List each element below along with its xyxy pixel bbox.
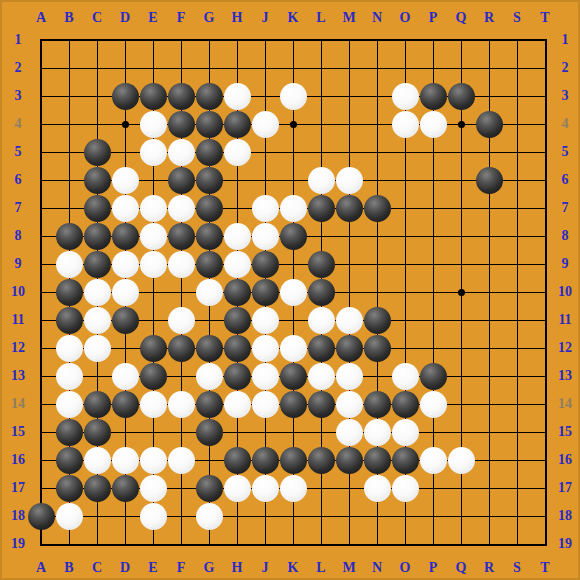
white-stone xyxy=(336,307,363,334)
black-stone xyxy=(476,167,503,194)
black-stone xyxy=(336,335,363,362)
white-stone xyxy=(364,475,391,502)
black-stone xyxy=(364,335,391,362)
row-label-right: 14 xyxy=(550,396,580,412)
white-stone xyxy=(168,447,195,474)
white-stone xyxy=(56,503,83,530)
white-stone xyxy=(140,503,167,530)
row-label-right: 11 xyxy=(550,312,580,328)
white-stone xyxy=(56,335,83,362)
row-label-right: 13 xyxy=(550,368,580,384)
column-label-bottom: L xyxy=(306,560,336,576)
black-stone xyxy=(112,475,139,502)
black-stone xyxy=(196,335,223,362)
column-label-top: N xyxy=(362,10,392,26)
column-label-bottom: E xyxy=(138,560,168,576)
column-label-bottom: Q xyxy=(446,560,476,576)
white-stone xyxy=(224,223,251,250)
black-stone xyxy=(168,167,195,194)
row-label-right: 1 xyxy=(550,32,580,48)
column-label-top: C xyxy=(82,10,112,26)
white-stone xyxy=(252,475,279,502)
column-label-top: Q xyxy=(446,10,476,26)
row-label-right: 17 xyxy=(550,480,580,496)
white-stone xyxy=(420,447,447,474)
black-stone xyxy=(168,111,195,138)
white-stone xyxy=(224,251,251,278)
black-stone xyxy=(84,167,111,194)
row-label-right: 6 xyxy=(550,172,580,188)
row-label-right: 18 xyxy=(550,508,580,524)
black-stone xyxy=(448,83,475,110)
white-stone xyxy=(112,195,139,222)
black-stone xyxy=(280,447,307,474)
black-stone xyxy=(28,503,55,530)
row-label-left: 2 xyxy=(3,60,33,76)
black-stone xyxy=(56,223,83,250)
column-label-bottom: S xyxy=(502,560,532,576)
black-stone xyxy=(364,195,391,222)
black-stone xyxy=(392,447,419,474)
row-label-right: 5 xyxy=(550,144,580,160)
row-label-right: 19 xyxy=(550,536,580,552)
black-stone xyxy=(224,111,251,138)
white-stone xyxy=(308,363,335,390)
row-label-left: 8 xyxy=(3,228,33,244)
black-stone xyxy=(140,83,167,110)
black-stone xyxy=(280,223,307,250)
white-stone xyxy=(252,335,279,362)
black-stone xyxy=(84,251,111,278)
white-stone xyxy=(364,419,391,446)
white-stone xyxy=(252,307,279,334)
white-stone xyxy=(140,223,167,250)
white-stone xyxy=(56,251,83,278)
white-stone xyxy=(140,111,167,138)
column-label-bottom: M xyxy=(334,560,364,576)
white-stone xyxy=(392,83,419,110)
row-label-right: 15 xyxy=(550,424,580,440)
row-label-left: 7 xyxy=(3,200,33,216)
row-label-left: 12 xyxy=(3,340,33,356)
black-stone xyxy=(56,447,83,474)
black-stone xyxy=(140,363,167,390)
column-label-bottom: C xyxy=(82,560,112,576)
row-label-left: 5 xyxy=(3,144,33,160)
black-stone xyxy=(364,447,391,474)
white-stone xyxy=(84,279,111,306)
white-stone xyxy=(392,363,419,390)
black-stone xyxy=(196,167,223,194)
black-stone xyxy=(84,139,111,166)
row-label-right: 9 xyxy=(550,256,580,272)
column-label-top: L xyxy=(306,10,336,26)
black-stone xyxy=(112,391,139,418)
row-label-right: 4 xyxy=(550,116,580,132)
white-stone xyxy=(168,195,195,222)
black-stone xyxy=(308,195,335,222)
row-label-left: 17 xyxy=(3,480,33,496)
white-stone xyxy=(140,195,167,222)
white-stone xyxy=(224,139,251,166)
white-stone xyxy=(280,335,307,362)
black-stone xyxy=(56,419,83,446)
row-label-left: 11 xyxy=(3,312,33,328)
white-stone xyxy=(168,251,195,278)
black-stone xyxy=(196,475,223,502)
black-stone xyxy=(196,419,223,446)
white-stone xyxy=(252,111,279,138)
black-stone xyxy=(308,391,335,418)
black-stone xyxy=(196,195,223,222)
white-stone xyxy=(308,307,335,334)
black-stone xyxy=(84,391,111,418)
white-stone xyxy=(140,475,167,502)
column-label-top: H xyxy=(222,10,252,26)
white-stone xyxy=(420,391,447,418)
white-stone xyxy=(112,251,139,278)
black-stone xyxy=(224,307,251,334)
black-stone xyxy=(196,391,223,418)
column-label-top: E xyxy=(138,10,168,26)
black-stone xyxy=(336,447,363,474)
black-stone xyxy=(84,419,111,446)
white-stone xyxy=(392,419,419,446)
black-stone xyxy=(56,475,83,502)
column-label-top: F xyxy=(166,10,196,26)
white-stone xyxy=(168,307,195,334)
white-stone xyxy=(280,279,307,306)
black-stone xyxy=(84,223,111,250)
column-label-bottom: F xyxy=(166,560,196,576)
white-stone xyxy=(252,195,279,222)
black-stone xyxy=(168,83,195,110)
white-stone xyxy=(448,447,475,474)
column-label-bottom: H xyxy=(222,560,252,576)
white-stone xyxy=(140,139,167,166)
row-label-left: 13 xyxy=(3,368,33,384)
black-stone xyxy=(112,83,139,110)
black-stone xyxy=(280,363,307,390)
star-point xyxy=(458,289,465,296)
column-label-top: S xyxy=(502,10,532,26)
go-board: AABBCCDDEEFFGGHHJJKKLLMMNNOOPPQQRRSSTT11… xyxy=(0,0,580,580)
black-stone xyxy=(196,83,223,110)
black-stone xyxy=(252,447,279,474)
black-stone xyxy=(224,447,251,474)
black-stone xyxy=(364,307,391,334)
row-label-right: 16 xyxy=(550,452,580,468)
black-stone xyxy=(308,335,335,362)
row-label-left: 9 xyxy=(3,256,33,272)
black-stone xyxy=(168,335,195,362)
white-stone xyxy=(140,251,167,278)
row-label-left: 15 xyxy=(3,424,33,440)
column-label-bottom: J xyxy=(250,560,280,576)
black-stone xyxy=(392,391,419,418)
column-label-top: O xyxy=(390,10,420,26)
column-label-top: J xyxy=(250,10,280,26)
white-stone xyxy=(392,111,419,138)
black-stone xyxy=(476,111,503,138)
row-label-left: 1 xyxy=(3,32,33,48)
white-stone xyxy=(140,447,167,474)
row-label-right: 8 xyxy=(550,228,580,244)
column-label-top: T xyxy=(530,10,560,26)
black-stone xyxy=(140,335,167,362)
column-label-top: M xyxy=(334,10,364,26)
white-stone xyxy=(168,391,195,418)
row-label-left: 16 xyxy=(3,452,33,468)
black-stone xyxy=(224,279,251,306)
column-label-bottom: B xyxy=(54,560,84,576)
column-label-bottom: N xyxy=(362,560,392,576)
white-stone xyxy=(84,447,111,474)
white-stone xyxy=(252,223,279,250)
white-stone xyxy=(420,111,447,138)
black-stone xyxy=(308,447,335,474)
black-stone xyxy=(56,279,83,306)
white-stone xyxy=(112,279,139,306)
white-stone xyxy=(224,391,251,418)
column-label-bottom: O xyxy=(390,560,420,576)
column-label-top: R xyxy=(474,10,504,26)
white-stone xyxy=(112,167,139,194)
black-stone xyxy=(84,475,111,502)
black-stone xyxy=(112,307,139,334)
white-stone xyxy=(336,419,363,446)
column-label-top: D xyxy=(110,10,140,26)
black-stone xyxy=(56,307,83,334)
white-stone xyxy=(280,83,307,110)
column-label-bottom: G xyxy=(194,560,224,576)
column-label-bottom: R xyxy=(474,560,504,576)
white-stone xyxy=(196,363,223,390)
black-stone xyxy=(196,111,223,138)
star-point xyxy=(290,121,297,128)
column-label-top: A xyxy=(26,10,56,26)
black-stone xyxy=(84,195,111,222)
column-label-top: G xyxy=(194,10,224,26)
black-stone xyxy=(112,223,139,250)
white-stone xyxy=(252,391,279,418)
black-stone xyxy=(252,251,279,278)
black-stone xyxy=(168,223,195,250)
black-stone xyxy=(420,83,447,110)
white-stone xyxy=(308,167,335,194)
white-stone xyxy=(392,475,419,502)
row-label-right: 12 xyxy=(550,340,580,356)
white-stone xyxy=(280,475,307,502)
black-stone xyxy=(196,251,223,278)
white-stone xyxy=(56,391,83,418)
white-stone xyxy=(196,279,223,306)
black-stone xyxy=(308,251,335,278)
black-stone xyxy=(224,363,251,390)
row-label-right: 7 xyxy=(550,200,580,216)
white-stone xyxy=(140,391,167,418)
white-stone xyxy=(252,363,279,390)
black-stone xyxy=(336,195,363,222)
white-stone xyxy=(168,139,195,166)
star-point xyxy=(122,121,129,128)
black-stone xyxy=(280,391,307,418)
black-stone xyxy=(308,279,335,306)
row-label-right: 3 xyxy=(550,88,580,104)
row-label-left: 3 xyxy=(3,88,33,104)
row-label-right: 2 xyxy=(550,60,580,76)
black-stone xyxy=(364,391,391,418)
white-stone xyxy=(84,335,111,362)
white-stone xyxy=(196,503,223,530)
white-stone xyxy=(224,83,251,110)
white-stone xyxy=(336,167,363,194)
black-stone xyxy=(420,363,447,390)
column-label-top: K xyxy=(278,10,308,26)
star-point xyxy=(458,121,465,128)
column-label-bottom: A xyxy=(26,560,56,576)
white-stone xyxy=(84,307,111,334)
row-label-left: 4 xyxy=(3,116,33,132)
white-stone xyxy=(280,195,307,222)
column-label-bottom: P xyxy=(418,560,448,576)
column-label-bottom: D xyxy=(110,560,140,576)
white-stone xyxy=(112,447,139,474)
row-label-left: 10 xyxy=(3,284,33,300)
row-label-left: 6 xyxy=(3,172,33,188)
row-label-left: 14 xyxy=(3,396,33,412)
black-stone xyxy=(252,279,279,306)
white-stone xyxy=(56,363,83,390)
white-stone xyxy=(112,363,139,390)
column-label-top: B xyxy=(54,10,84,26)
column-label-bottom: T xyxy=(530,560,560,576)
black-stone xyxy=(224,335,251,362)
row-label-right: 10 xyxy=(550,284,580,300)
black-stone xyxy=(196,139,223,166)
white-stone xyxy=(336,391,363,418)
white-stone xyxy=(224,475,251,502)
row-label-left: 19 xyxy=(3,536,33,552)
white-stone xyxy=(336,363,363,390)
column-label-top: P xyxy=(418,10,448,26)
column-label-bottom: K xyxy=(278,560,308,576)
black-stone xyxy=(196,223,223,250)
